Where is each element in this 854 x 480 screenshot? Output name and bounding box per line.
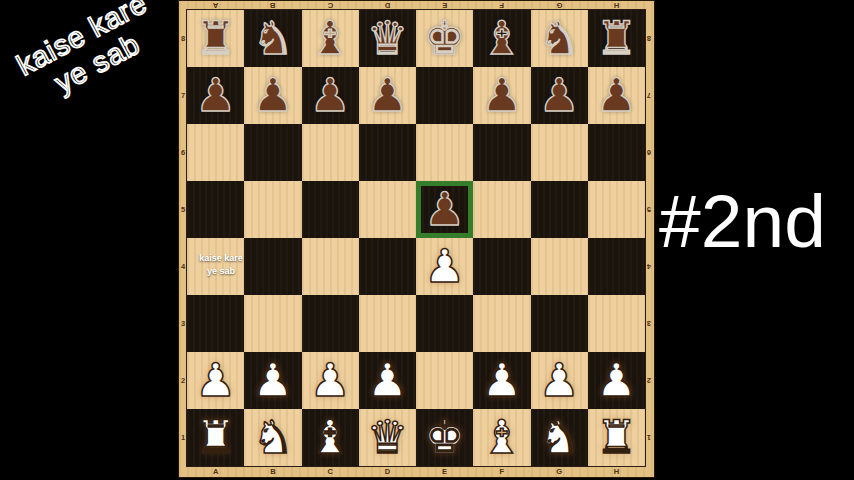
square-b2[interactable]: ♟ <box>244 352 301 409</box>
piece-black-pawn: ♟ <box>481 72 522 118</box>
piece-white-queen: ♛ <box>367 414 408 460</box>
piece-black-knight: ♞ <box>539 15 580 61</box>
square-d5[interactable] <box>359 181 416 238</box>
rank-label-left-3: 3 <box>179 295 187 352</box>
rank-label-left-6: 6 <box>179 124 187 181</box>
file-label-top-h: H <box>588 1 645 10</box>
square-c2[interactable]: ♟ <box>302 352 359 409</box>
piece-white-bishop: ♝ <box>310 414 351 460</box>
file-label-top-f: F <box>473 1 530 10</box>
piece-white-bishop: ♝ <box>481 414 522 460</box>
square-d2[interactable]: ♟ <box>359 352 416 409</box>
square-a6[interactable] <box>187 124 244 181</box>
piece-black-knight: ♞ <box>252 15 293 61</box>
rank-label-right-2: 2 <box>644 352 654 409</box>
square-d4[interactable] <box>359 238 416 295</box>
file-label-top-c: C <box>302 1 359 10</box>
piece-black-pawn: ♟ <box>310 72 351 118</box>
square-h8[interactable]: ♜ <box>588 10 645 67</box>
square-c6[interactable] <box>302 124 359 181</box>
rank-labels-right: 87654321 <box>644 10 654 466</box>
square-h1[interactable]: ♜ <box>588 409 645 466</box>
board-watermark-line2: ye sab <box>190 265 252 278</box>
piece-black-pawn: ♟ <box>367 72 408 118</box>
square-g4[interactable] <box>531 238 588 295</box>
rank-label-left-5: 5 <box>179 181 187 238</box>
square-c7[interactable]: ♟ <box>302 67 359 124</box>
piece-white-pawn: ♟ <box>596 357 637 403</box>
piece-black-pawn: ♟ <box>539 72 580 118</box>
square-b8[interactable]: ♞ <box>244 10 301 67</box>
square-e4[interactable]: ♟ <box>416 238 473 295</box>
square-c5[interactable] <box>302 181 359 238</box>
piece-white-pawn: ♟ <box>539 357 580 403</box>
square-d8[interactable]: ♛ <box>359 10 416 67</box>
square-d7[interactable]: ♟ <box>359 67 416 124</box>
screen-background: ♜♞♝♛♚♝♞♜♟♟♟♟♟♟♟♟♟♟♟♟♟♟♟♟♜♞♝♛♚♝♞♜ ABCDEFG… <box>0 0 854 480</box>
square-g5[interactable] <box>531 181 588 238</box>
piece-white-pawn: ♟ <box>367 357 408 403</box>
piece-white-pawn: ♟ <box>424 243 465 289</box>
piece-white-knight: ♞ <box>252 414 293 460</box>
square-c3[interactable] <box>302 295 359 352</box>
square-f2[interactable]: ♟ <box>473 352 530 409</box>
file-label-bottom-e: E <box>416 465 473 477</box>
square-g3[interactable] <box>531 295 588 352</box>
file-label-bottom-d: D <box>359 465 416 477</box>
file-label-bottom-g: G <box>531 465 588 477</box>
square-e8[interactable]: ♚ <box>416 10 473 67</box>
rank-label-right-7: 7 <box>644 67 654 124</box>
piece-black-pawn: ♟ <box>596 72 637 118</box>
square-a5[interactable] <box>187 181 244 238</box>
piece-black-rook: ♜ <box>596 15 637 61</box>
square-c4[interactable] <box>302 238 359 295</box>
file-labels-top: ABCDEFGH <box>187 1 645 10</box>
square-g6[interactable] <box>531 124 588 181</box>
square-e6[interactable] <box>416 124 473 181</box>
square-b1[interactable]: ♞ <box>244 409 301 466</box>
side-caption: #2nd <box>659 178 854 264</box>
square-h7[interactable]: ♟ <box>588 67 645 124</box>
piece-white-rook: ♜ <box>195 414 236 460</box>
rank-label-right-6: 6 <box>644 124 654 181</box>
rank-label-left-7: 7 <box>179 67 187 124</box>
piece-black-queen: ♛ <box>367 15 408 61</box>
piece-white-pawn: ♟ <box>252 357 293 403</box>
square-f6[interactable] <box>473 124 530 181</box>
square-a3[interactable] <box>187 295 244 352</box>
rank-label-right-5: 5 <box>644 181 654 238</box>
file-label-top-a: A <box>187 1 244 10</box>
rank-label-right-1: 1 <box>644 409 654 466</box>
piece-black-pawn: ♟ <box>424 186 465 232</box>
corner-watermark-text: kaise kare ye sab <box>0 0 192 125</box>
square-b3[interactable] <box>244 295 301 352</box>
square-d6[interactable] <box>359 124 416 181</box>
square-a1[interactable]: ♜ <box>187 409 244 466</box>
square-c8[interactable]: ♝ <box>302 10 359 67</box>
piece-white-pawn: ♟ <box>310 357 351 403</box>
rank-label-right-3: 3 <box>644 295 654 352</box>
square-h3[interactable] <box>588 295 645 352</box>
piece-white-pawn: ♟ <box>195 357 236 403</box>
chess-board: ♜♞♝♛♚♝♞♜♟♟♟♟♟♟♟♟♟♟♟♟♟♟♟♟♜♞♝♛♚♝♞♜ ABCDEFG… <box>178 0 655 478</box>
square-h2[interactable]: ♟ <box>588 352 645 409</box>
file-label-bottom-h: H <box>588 465 645 477</box>
piece-black-rook: ♜ <box>195 15 236 61</box>
square-a2[interactable]: ♟ <box>187 352 244 409</box>
piece-black-pawn: ♟ <box>195 72 236 118</box>
file-label-top-d: D <box>359 1 416 10</box>
square-e2[interactable] <box>416 352 473 409</box>
piece-black-bishop: ♝ <box>310 15 351 61</box>
file-label-top-e: E <box>416 1 473 10</box>
square-e3[interactable] <box>416 295 473 352</box>
square-f5[interactable] <box>473 181 530 238</box>
square-f7[interactable]: ♟ <box>473 67 530 124</box>
file-label-bottom-c: C <box>302 465 359 477</box>
square-e5[interactable]: ♟ <box>416 181 473 238</box>
piece-black-king: ♚ <box>424 15 465 61</box>
square-d1[interactable]: ♛ <box>359 409 416 466</box>
square-e7[interactable] <box>416 67 473 124</box>
piece-white-king: ♚ <box>424 414 465 460</box>
rank-label-left-4: 4 <box>179 238 187 295</box>
square-e1[interactable]: ♚ <box>416 409 473 466</box>
square-a7[interactable]: ♟ <box>187 67 244 124</box>
piece-white-rook: ♜ <box>596 414 637 460</box>
square-f3[interactable] <box>473 295 530 352</box>
square-a8[interactable]: ♜ <box>187 10 244 67</box>
file-labels-bottom: ABCDEFGH <box>187 465 645 477</box>
board-watermark-text: kaise kare ye sab <box>190 252 252 278</box>
file-label-bottom-a: A <box>187 465 244 477</box>
file-label-top-g: G <box>531 1 588 10</box>
square-g2[interactable]: ♟ <box>531 352 588 409</box>
piece-white-knight: ♞ <box>539 414 580 460</box>
square-f8[interactable]: ♝ <box>473 10 530 67</box>
rank-label-left-2: 2 <box>179 352 187 409</box>
square-c1[interactable]: ♝ <box>302 409 359 466</box>
piece-black-pawn: ♟ <box>252 72 293 118</box>
square-g7[interactable]: ♟ <box>531 67 588 124</box>
rank-labels-left: 87654321 <box>179 10 187 466</box>
rank-label-right-8: 8 <box>644 10 654 67</box>
square-b6[interactable] <box>244 124 301 181</box>
file-label-bottom-b: B <box>244 465 301 477</box>
file-label-bottom-f: F <box>473 465 530 477</box>
square-h6[interactable] <box>588 124 645 181</box>
square-b5[interactable] <box>244 181 301 238</box>
piece-white-pawn: ♟ <box>481 357 522 403</box>
square-b7[interactable]: ♟ <box>244 67 301 124</box>
square-g8[interactable]: ♞ <box>531 10 588 67</box>
square-d3[interactable] <box>359 295 416 352</box>
square-h4[interactable] <box>588 238 645 295</box>
square-g1[interactable]: ♞ <box>531 409 588 466</box>
piece-black-bishop: ♝ <box>481 15 522 61</box>
rank-label-right-4: 4 <box>644 238 654 295</box>
square-h5[interactable] <box>588 181 645 238</box>
board-grid: ♜♞♝♛♚♝♞♜♟♟♟♟♟♟♟♟♟♟♟♟♟♟♟♟♜♞♝♛♚♝♞♜ <box>187 10 645 466</box>
rank-label-left-1: 1 <box>179 409 187 466</box>
board-watermark-line1: kaise kare <box>190 252 252 265</box>
square-f4[interactable] <box>473 238 530 295</box>
square-f1[interactable]: ♝ <box>473 409 530 466</box>
square-b4[interactable] <box>244 238 301 295</box>
file-label-top-b: B <box>244 1 301 10</box>
